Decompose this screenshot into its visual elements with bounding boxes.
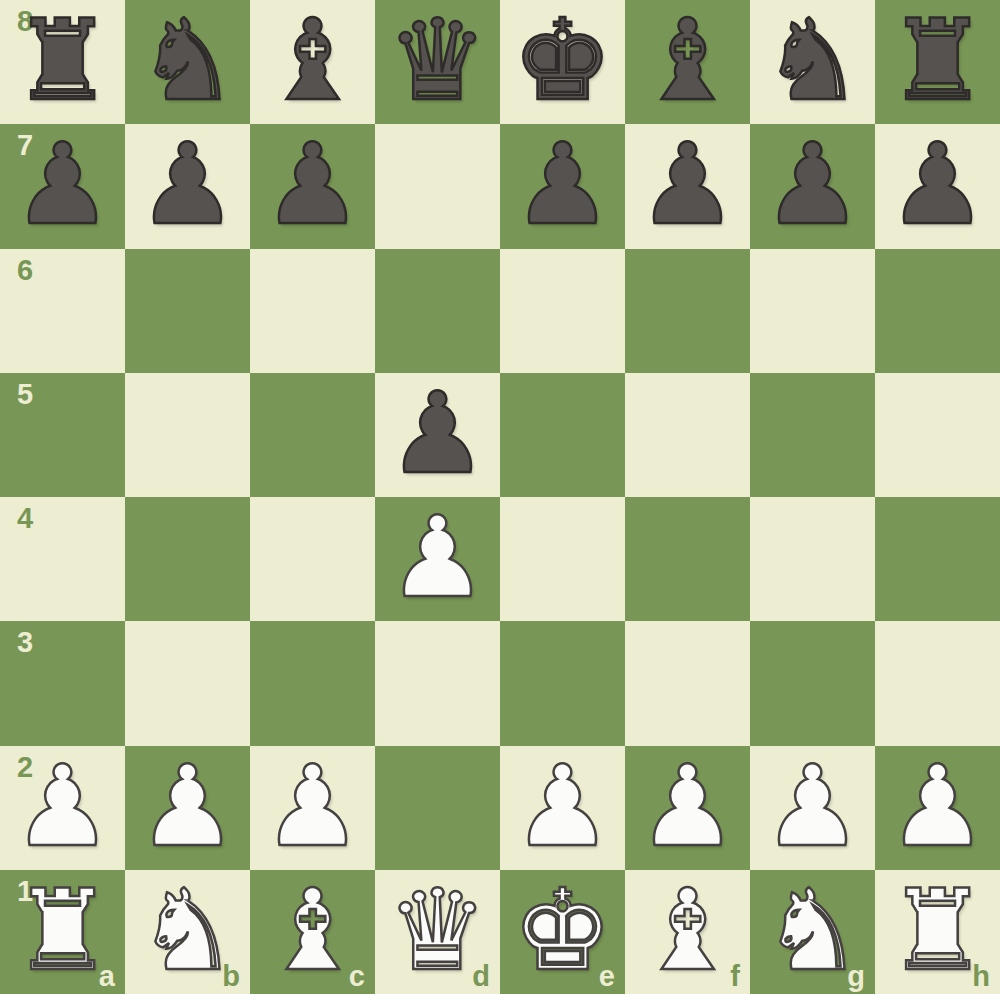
square-h7[interactable]: ♟	[875, 124, 1000, 248]
square-e8[interactable]: ♚	[500, 0, 625, 124]
square-d7[interactable]	[375, 124, 500, 248]
piece-white-rook[interactable]: ♜	[887, 874, 987, 986]
square-d3[interactable]	[375, 621, 500, 745]
piece-black-pawn[interactable]: ♟	[12, 128, 112, 240]
rank-label-5: 5	[17, 380, 33, 409]
square-c4[interactable]	[250, 497, 375, 621]
square-f1[interactable]: f♝	[625, 870, 750, 994]
piece-white-king[interactable]: ♚	[512, 874, 612, 986]
square-f4[interactable]	[625, 497, 750, 621]
rank-label-4: 4	[17, 504, 33, 533]
square-a8[interactable]: 8♜	[0, 0, 125, 124]
square-a6[interactable]: 6	[0, 249, 125, 373]
square-b8[interactable]: ♞	[125, 0, 250, 124]
square-g7[interactable]: ♟	[750, 124, 875, 248]
square-e6[interactable]	[500, 249, 625, 373]
square-g1[interactable]: g♞	[750, 870, 875, 994]
square-a1[interactable]: 1a♜	[0, 870, 125, 994]
piece-white-pawn[interactable]: ♟	[887, 750, 987, 862]
square-g6[interactable]	[750, 249, 875, 373]
square-g2[interactable]: ♟	[750, 746, 875, 870]
piece-white-pawn[interactable]: ♟	[137, 750, 237, 862]
piece-white-pawn[interactable]: ♟	[12, 750, 112, 862]
piece-black-pawn[interactable]: ♟	[262, 128, 362, 240]
chess-board: 8♜♞♝♛♚♝♞♜7♟♟♟♟♟♟♟65♟4♟32♟♟♟♟♟♟♟1a♜b♞c♝d♛…	[0, 0, 1000, 994]
square-e5[interactable]	[500, 373, 625, 497]
square-d6[interactable]	[375, 249, 500, 373]
square-c2[interactable]: ♟	[250, 746, 375, 870]
square-b7[interactable]: ♟	[125, 124, 250, 248]
chess-board-container: 8♜♞♝♛♚♝♞♜7♟♟♟♟♟♟♟65♟4♟32♟♟♟♟♟♟♟1a♜b♞c♝d♛…	[0, 0, 1000, 994]
piece-white-pawn[interactable]: ♟	[762, 750, 862, 862]
piece-black-pawn[interactable]: ♟	[387, 377, 487, 489]
piece-white-pawn[interactable]: ♟	[637, 750, 737, 862]
square-h6[interactable]	[875, 249, 1000, 373]
piece-black-pawn[interactable]: ♟	[762, 128, 862, 240]
square-h2[interactable]: ♟	[875, 746, 1000, 870]
piece-black-bishop[interactable]: ♝	[637, 4, 737, 116]
square-c5[interactable]	[250, 373, 375, 497]
square-e1[interactable]: e♚	[500, 870, 625, 994]
square-h1[interactable]: h♜	[875, 870, 1000, 994]
square-c7[interactable]: ♟	[250, 124, 375, 248]
square-h5[interactable]	[875, 373, 1000, 497]
square-f6[interactable]	[625, 249, 750, 373]
square-c3[interactable]	[250, 621, 375, 745]
piece-white-knight[interactable]: ♞	[762, 874, 862, 986]
square-e3[interactable]	[500, 621, 625, 745]
piece-white-knight[interactable]: ♞	[137, 874, 237, 986]
piece-black-pawn[interactable]: ♟	[137, 128, 237, 240]
square-d1[interactable]: d♛	[375, 870, 500, 994]
square-h3[interactable]	[875, 621, 1000, 745]
square-f3[interactable]	[625, 621, 750, 745]
square-c8[interactable]: ♝	[250, 0, 375, 124]
square-b6[interactable]	[125, 249, 250, 373]
piece-black-king[interactable]: ♚	[512, 4, 612, 116]
piece-black-rook[interactable]: ♜	[12, 4, 112, 116]
piece-black-pawn[interactable]: ♟	[512, 128, 612, 240]
square-d8[interactable]: ♛	[375, 0, 500, 124]
square-b5[interactable]	[125, 373, 250, 497]
square-a5[interactable]: 5	[0, 373, 125, 497]
rank-label-6: 6	[17, 256, 33, 285]
square-g8[interactable]: ♞	[750, 0, 875, 124]
square-g3[interactable]	[750, 621, 875, 745]
square-h4[interactable]	[875, 497, 1000, 621]
square-d4[interactable]: ♟	[375, 497, 500, 621]
square-g4[interactable]	[750, 497, 875, 621]
square-a2[interactable]: 2♟	[0, 746, 125, 870]
square-e4[interactable]	[500, 497, 625, 621]
piece-black-knight[interactable]: ♞	[137, 4, 237, 116]
square-a7[interactable]: 7♟	[0, 124, 125, 248]
square-b3[interactable]	[125, 621, 250, 745]
square-g5[interactable]	[750, 373, 875, 497]
square-c6[interactable]	[250, 249, 375, 373]
piece-white-queen[interactable]: ♛	[387, 874, 487, 986]
piece-white-pawn[interactable]: ♟	[387, 501, 487, 613]
piece-white-pawn[interactable]: ♟	[262, 750, 362, 862]
square-e2[interactable]: ♟	[500, 746, 625, 870]
square-e7[interactable]: ♟	[500, 124, 625, 248]
square-f8[interactable]: ♝	[625, 0, 750, 124]
piece-black-rook[interactable]: ♜	[887, 4, 987, 116]
square-d2[interactable]	[375, 746, 500, 870]
square-a3[interactable]: 3	[0, 621, 125, 745]
square-d5[interactable]: ♟	[375, 373, 500, 497]
square-a4[interactable]: 4	[0, 497, 125, 621]
square-f7[interactable]: ♟	[625, 124, 750, 248]
piece-black-queen[interactable]: ♛	[387, 4, 487, 116]
piece-black-knight[interactable]: ♞	[762, 4, 862, 116]
square-b4[interactable]	[125, 497, 250, 621]
square-b1[interactable]: b♞	[125, 870, 250, 994]
square-b2[interactable]: ♟	[125, 746, 250, 870]
square-f5[interactable]	[625, 373, 750, 497]
piece-white-bishop[interactable]: ♝	[637, 874, 737, 986]
square-f2[interactable]: ♟	[625, 746, 750, 870]
piece-white-bishop[interactable]: ♝	[262, 874, 362, 986]
piece-white-pawn[interactable]: ♟	[512, 750, 612, 862]
piece-black-pawn[interactable]: ♟	[637, 128, 737, 240]
piece-black-bishop[interactable]: ♝	[262, 4, 362, 116]
piece-black-pawn[interactable]: ♟	[887, 128, 987, 240]
piece-white-rook[interactable]: ♜	[12, 874, 112, 986]
square-c1[interactable]: c♝	[250, 870, 375, 994]
square-h8[interactable]: ♜	[875, 0, 1000, 124]
rank-label-3: 3	[17, 628, 33, 657]
